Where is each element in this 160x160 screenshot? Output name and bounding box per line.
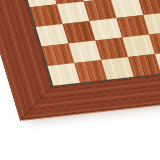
product-photo (0, 0, 160, 160)
chess-board (0, 0, 160, 121)
